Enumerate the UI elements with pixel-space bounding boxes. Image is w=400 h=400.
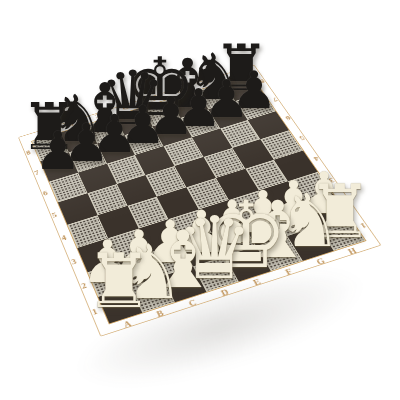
chess-set-photo: AA88BB77CC66DD55EE44FF33GG22HH11 ♜♞♝♛♚♝♞… xyxy=(0,0,400,400)
white-rook-a1[interactable]: ♜ xyxy=(85,245,152,320)
black-pawn-a7[interactable]: ♟ xyxy=(34,125,81,178)
pieces-layer: ♜♞♝♛♚♝♞♜♟♟♟♟♟♟♟♟♟♟♟♟♟♟♟♟♜♞♝♛♚♝♞♜ xyxy=(0,0,400,400)
